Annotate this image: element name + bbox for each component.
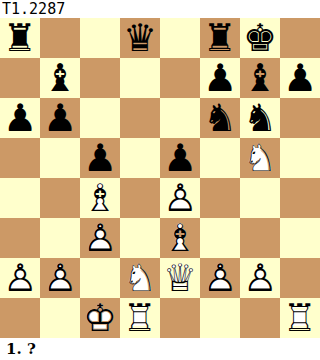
square-b2[interactable]: ♟♙ — [40, 258, 80, 298]
square-f2[interactable]: ♟♙ — [200, 258, 240, 298]
white-pawn-outline: ♙ — [40, 258, 80, 298]
square-g1[interactable] — [240, 298, 280, 338]
black-pawn-glyph: ♟ — [280, 58, 320, 98]
piece-white-king: ♚♔ — [80, 298, 120, 338]
piece-black-queen: ♛ — [120, 18, 160, 58]
piece-white-bishop: ♝♗ — [160, 218, 200, 258]
white-bishop-outline: ♗ — [160, 218, 200, 258]
piece-white-pawn: ♟♙ — [40, 258, 80, 298]
white-bishop-outline: ♗ — [80, 178, 120, 218]
square-f8[interactable]: ♜ — [200, 18, 240, 58]
square-g4[interactable] — [240, 178, 280, 218]
square-c2[interactable] — [80, 258, 120, 298]
square-g5[interactable]: ♞♘ — [240, 138, 280, 178]
square-g2[interactable]: ♟♙ — [240, 258, 280, 298]
black-knight-glyph: ♞ — [200, 98, 240, 138]
piece-white-pawn: ♟♙ — [80, 218, 120, 258]
white-rook-outline: ♖ — [120, 298, 160, 338]
square-g7[interactable]: ♝ — [240, 58, 280, 98]
square-e1[interactable] — [160, 298, 200, 338]
square-e5[interactable]: ♟ — [160, 138, 200, 178]
white-knight-outline: ♘ — [240, 138, 280, 178]
white-pawn-outline: ♙ — [80, 218, 120, 258]
move-prompt: 1. ? — [0, 338, 320, 360]
white-king-outline: ♔ — [80, 298, 120, 338]
square-b5[interactable] — [40, 138, 80, 178]
black-king-glyph: ♚ — [240, 18, 280, 58]
square-b8[interactable] — [40, 18, 80, 58]
square-b7[interactable]: ♝ — [40, 58, 80, 98]
piece-black-knight: ♞ — [200, 98, 240, 138]
piece-black-pawn: ♟ — [280, 58, 320, 98]
white-queen-outline: ♕ — [160, 258, 200, 298]
square-h6[interactable] — [280, 98, 320, 138]
piece-black-rook: ♜ — [0, 18, 40, 58]
square-h7[interactable]: ♟ — [280, 58, 320, 98]
white-pawn-outline: ♙ — [240, 258, 280, 298]
square-h4[interactable] — [280, 178, 320, 218]
square-a6[interactable]: ♟ — [0, 98, 40, 138]
square-c7[interactable] — [80, 58, 120, 98]
square-a7[interactable] — [0, 58, 40, 98]
piece-white-pawn: ♟♙ — [200, 258, 240, 298]
black-rook-glyph: ♜ — [0, 18, 40, 58]
black-queen-glyph: ♛ — [120, 18, 160, 58]
piece-black-pawn: ♟ — [200, 58, 240, 98]
piece-white-pawn: ♟♙ — [240, 258, 280, 298]
piece-white-knight: ♞♘ — [120, 258, 160, 298]
square-b1[interactable] — [40, 298, 80, 338]
square-c5[interactable]: ♟ — [80, 138, 120, 178]
square-f6[interactable]: ♞ — [200, 98, 240, 138]
square-a3[interactable] — [0, 218, 40, 258]
square-f1[interactable] — [200, 298, 240, 338]
square-d7[interactable] — [120, 58, 160, 98]
square-a5[interactable] — [0, 138, 40, 178]
piece-black-pawn: ♟ — [40, 98, 80, 138]
square-e2[interactable]: ♛♕ — [160, 258, 200, 298]
square-a4[interactable] — [0, 178, 40, 218]
white-pawn-outline: ♙ — [200, 258, 240, 298]
white-rook-outline: ♖ — [280, 298, 320, 338]
square-e3[interactable]: ♝♗ — [160, 218, 200, 258]
square-d4[interactable] — [120, 178, 160, 218]
piece-white-pawn: ♟♙ — [160, 178, 200, 218]
square-e7[interactable] — [160, 58, 200, 98]
piece-white-bishop: ♝♗ — [80, 178, 120, 218]
piece-black-bishop: ♝ — [240, 58, 280, 98]
square-d2[interactable]: ♞♘ — [120, 258, 160, 298]
chess-board: ♜♛♜♚♝♟♝♟♟♟♞♞♟♟♞♘♝♗♟♙♟♙♝♗♟♙♟♙♞♘♛♕♟♙♟♙♚♔♜♖… — [0, 18, 320, 338]
square-d6[interactable] — [120, 98, 160, 138]
square-c1[interactable]: ♚♔ — [80, 298, 120, 338]
piece-black-pawn: ♟ — [80, 138, 120, 178]
black-pawn-glyph: ♟ — [40, 98, 80, 138]
square-e6[interactable] — [160, 98, 200, 138]
square-h1[interactable]: ♜♖ — [280, 298, 320, 338]
piece-black-knight: ♞ — [240, 98, 280, 138]
piece-black-king: ♚ — [240, 18, 280, 58]
black-pawn-glyph: ♟ — [80, 138, 120, 178]
square-f7[interactable]: ♟ — [200, 58, 240, 98]
piece-white-rook: ♜♖ — [280, 298, 320, 338]
piece-white-rook: ♜♖ — [120, 298, 160, 338]
piece-white-pawn: ♟♙ — [0, 258, 40, 298]
square-b6[interactable]: ♟ — [40, 98, 80, 138]
piece-black-rook: ♜ — [200, 18, 240, 58]
black-bishop-glyph: ♝ — [240, 58, 280, 98]
square-g8[interactable]: ♚ — [240, 18, 280, 58]
square-h8[interactable] — [280, 18, 320, 58]
square-c4[interactable]: ♝♗ — [80, 178, 120, 218]
piece-black-pawn: ♟ — [0, 98, 40, 138]
black-rook-glyph: ♜ — [200, 18, 240, 58]
piece-white-knight: ♞♘ — [240, 138, 280, 178]
square-a1[interactable] — [0, 298, 40, 338]
square-c8[interactable] — [80, 18, 120, 58]
square-e4[interactable]: ♟♙ — [160, 178, 200, 218]
square-f4[interactable] — [200, 178, 240, 218]
square-d1[interactable]: ♜♖ — [120, 298, 160, 338]
square-d8[interactable]: ♛ — [120, 18, 160, 58]
white-pawn-outline: ♙ — [0, 258, 40, 298]
square-d3[interactable] — [120, 218, 160, 258]
piece-black-pawn: ♟ — [160, 138, 200, 178]
black-pawn-glyph: ♟ — [160, 138, 200, 178]
white-pawn-outline: ♙ — [160, 178, 200, 218]
square-d5[interactable] — [120, 138, 160, 178]
square-a8[interactable]: ♜ — [0, 18, 40, 58]
square-f3[interactable] — [200, 218, 240, 258]
white-knight-outline: ♘ — [120, 258, 160, 298]
square-g6[interactable]: ♞ — [240, 98, 280, 138]
square-h5[interactable] — [280, 138, 320, 178]
piece-white-queen: ♛♕ — [160, 258, 200, 298]
square-c6[interactable] — [80, 98, 120, 138]
chess-puzzle-diagram: T1.2287 ♜♛♜♚♝♟♝♟♟♟♞♞♟♟♞♘♝♗♟♙♟♙♝♗♟♙♟♙♞♘♛♕… — [0, 0, 320, 360]
black-bishop-glyph: ♝ — [40, 58, 80, 98]
square-f5[interactable] — [200, 138, 240, 178]
square-b3[interactable] — [40, 218, 80, 258]
square-e8[interactable] — [160, 18, 200, 58]
piece-black-bishop: ♝ — [40, 58, 80, 98]
black-pawn-glyph: ♟ — [0, 98, 40, 138]
square-a2[interactable]: ♟♙ — [0, 258, 40, 298]
black-pawn-glyph: ♟ — [200, 58, 240, 98]
black-knight-glyph: ♞ — [240, 98, 280, 138]
square-b4[interactable] — [40, 178, 80, 218]
square-h3[interactable] — [280, 218, 320, 258]
square-g3[interactable] — [240, 218, 280, 258]
square-c3[interactable]: ♟♙ — [80, 218, 120, 258]
square-h2[interactable] — [280, 258, 320, 298]
